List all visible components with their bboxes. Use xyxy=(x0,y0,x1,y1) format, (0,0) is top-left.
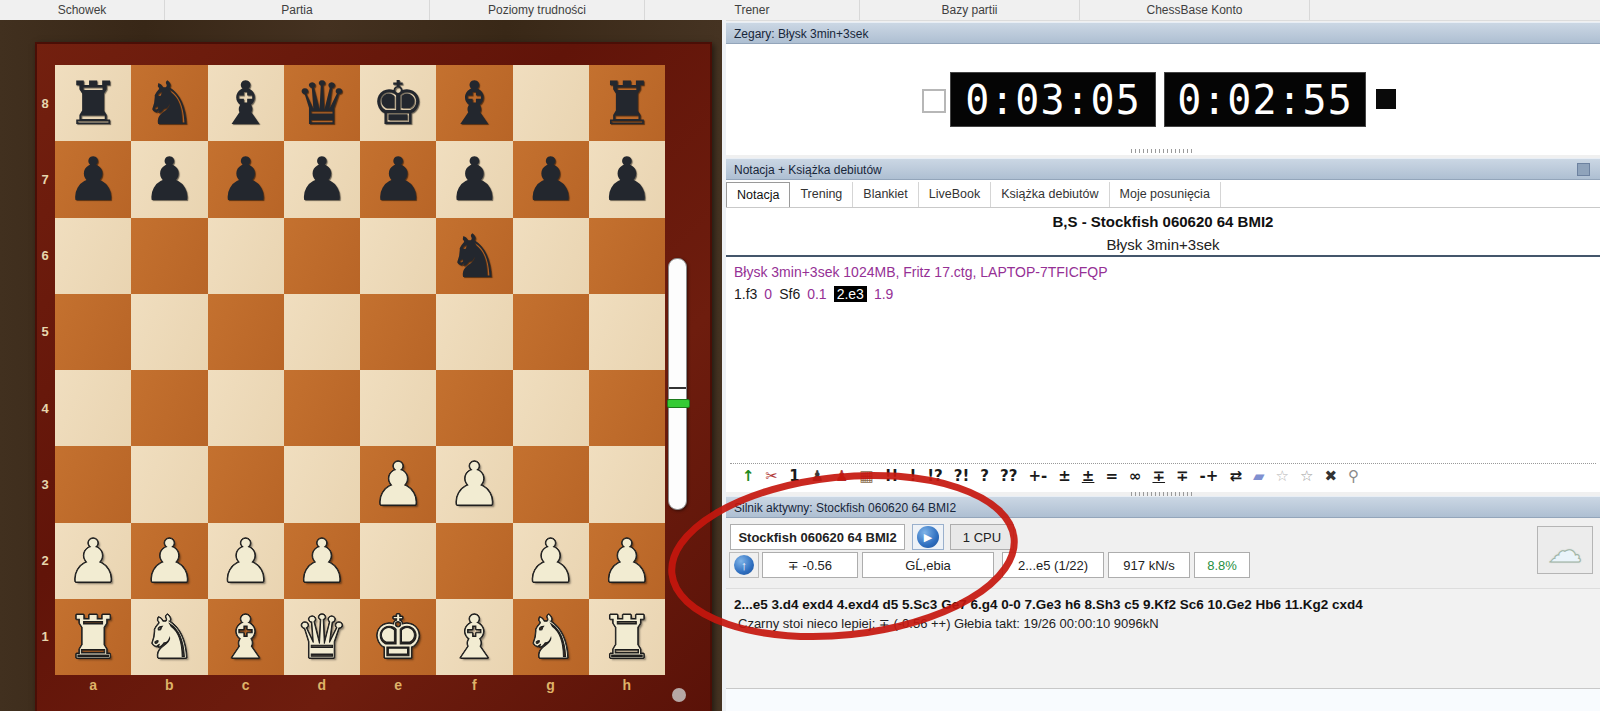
file-label-g: g xyxy=(513,677,589,693)
square-a5[interactable] xyxy=(55,294,131,370)
delete-x-icon[interactable]: ✖ xyxy=(1324,469,1337,484)
square-a2[interactable]: ♟ xyxy=(55,523,131,599)
square-c3[interactable] xyxy=(208,446,284,522)
board-background: 87654321 ♜♞♝♛♚♝♜♟♟♟♟♟♟♟♟♞♟♟♟♟♟♟♟♟♜♞♝♛♚♝♞… xyxy=(0,20,722,711)
star-edit-icon[interactable]: ☆ xyxy=(1300,469,1313,484)
current-move-button[interactable]: 2...e5 (1/22) xyxy=(1002,552,1104,578)
square-h1[interactable]: ♜ xyxy=(589,599,665,675)
white-P-piece: ♟ xyxy=(131,523,207,599)
square-b4[interactable] xyxy=(131,370,207,446)
tab-notacja[interactable]: Notacja xyxy=(726,182,790,207)
white-N-piece: ♞ xyxy=(131,599,207,675)
black-clock: 0:02:55 xyxy=(1164,72,1366,127)
square-e1[interactable]: ♚ xyxy=(360,599,436,675)
white-P-piece: ♟ xyxy=(284,523,360,599)
arrow-up-icon[interactable]: ↑ xyxy=(742,469,755,484)
square-d5[interactable] xyxy=(284,294,360,370)
menu-bar: SchowekPartiaPoziomy trudnościTrenerBazy… xyxy=(0,0,1600,21)
square-f3[interactable]: ♟ xyxy=(436,446,512,522)
square-g6[interactable] xyxy=(513,218,589,294)
engine-main-line[interactable]: 2...e5 3.d4 exd4 4.exd4 d5 5.Sc3 Ge7 6.g… xyxy=(734,597,1584,612)
black-R-piece: ♜ xyxy=(55,65,131,141)
nag-question[interactable]: ? xyxy=(980,469,989,484)
game-title: B,S - Stockfish 060620 64 BMI2 xyxy=(726,213,1600,230)
rank-label-1: 1 xyxy=(35,599,55,675)
square-e2[interactable] xyxy=(360,523,436,599)
rank-label-7: 7 xyxy=(35,141,55,217)
square-a7[interactable]: ♟ xyxy=(55,141,131,217)
square-b3[interactable] xyxy=(131,446,207,522)
nag-white-slightly[interactable]: ± xyxy=(1082,469,1095,484)
black-P-piece: ♟ xyxy=(513,141,589,217)
square-h8[interactable]: ♜ xyxy=(589,65,665,141)
star-icon[interactable]: ☆ xyxy=(1276,469,1289,484)
square-h4[interactable] xyxy=(589,370,665,446)
square-a6[interactable] xyxy=(55,218,131,294)
square-g2[interactable]: ♟ xyxy=(513,523,589,599)
square-d7[interactable]: ♟ xyxy=(284,141,360,217)
square-c6[interactable] xyxy=(208,218,284,294)
black-to-move-indicator xyxy=(1376,89,1396,109)
tab-ksi-ka-debiut-w[interactable]: Książka debiutów xyxy=(991,182,1109,207)
fritz-chess-app-window: SchowekPartiaPoziomy trudnościTrenerBazy… xyxy=(0,0,1600,711)
black-K-piece: ♚ xyxy=(360,65,436,141)
square-b5[interactable] xyxy=(131,294,207,370)
annotation-toolbar: ↑✂1♟♟▦!!!!??!???+-±±=∞∓∓-+⇄▰☆☆✖⚲ xyxy=(730,463,1596,489)
white-P-piece: ♟ xyxy=(55,523,131,599)
clocks-panel: Zegary: Błysk 3min+3sek 0:03:05 0:02:55 xyxy=(726,22,1600,155)
tab-blankiet[interactable]: Blankiet xyxy=(853,182,918,207)
chess-board[interactable]: ♜♞♝♛♚♝♜♟♟♟♟♟♟♟♟♞♟♟♟♟♟♟♟♟♜♞♝♛♚♝♞♜ xyxy=(55,65,665,675)
white-P-piece: ♟ xyxy=(513,523,589,599)
notation-panel-header: Notacja + Książka debiutów xyxy=(726,158,1600,180)
game-subtitle: Błysk 3min+3sek xyxy=(726,236,1600,253)
nag-counterplay[interactable]: ⇄ xyxy=(1229,469,1242,484)
tab-livebook[interactable]: LiveBook xyxy=(919,182,991,207)
nag-exclam[interactable]: ! xyxy=(909,469,916,484)
white-P-piece: ♟ xyxy=(589,523,665,599)
speed-button[interactable]: 917 kN/s xyxy=(1108,552,1190,578)
square-g5[interactable] xyxy=(513,294,589,370)
nag-double-question[interactable]: ?? xyxy=(1000,469,1017,484)
splitter-grip[interactable] xyxy=(1131,149,1195,153)
square-b6[interactable] xyxy=(131,218,207,294)
move-token[interactable]: 0 xyxy=(764,286,772,302)
menu-filler xyxy=(1310,0,1600,20)
black-P-piece: ♟ xyxy=(436,141,512,217)
nag-black-better[interactable]: ∓ xyxy=(1176,469,1189,484)
engine-panel: Silnik aktywny: Stockfish 060620 64 BMI2… xyxy=(726,492,1600,711)
engine-panel-header: Silnik aktywny: Stockfish 060620 64 BMI2 xyxy=(726,496,1600,518)
square-e5[interactable] xyxy=(360,294,436,370)
evaluation-button[interactable]: ∓ -0.56 xyxy=(762,552,858,578)
black-piece-icon[interactable]: ♟ xyxy=(811,469,824,484)
eval-centerline xyxy=(669,387,686,389)
tab-moje-posuni-cia[interactable]: Moje posunięcia xyxy=(1110,182,1221,207)
black-N-piece: ♞ xyxy=(131,65,207,141)
menu-item-trener[interactable]: Trener xyxy=(645,0,860,20)
square-c4[interactable] xyxy=(208,370,284,446)
red-piece-icon[interactable]: ♟ xyxy=(835,469,848,484)
opening-book-line: Błysk 3min+3sek 1024MB, Fritz 17.ctg, LA… xyxy=(734,264,1108,280)
square-a4[interactable] xyxy=(55,370,131,446)
engine-name-button[interactable]: Stockfish 060620 64 BMI2 xyxy=(730,524,905,550)
file-label-h: h xyxy=(589,677,665,693)
file-label-e: e xyxy=(360,677,436,693)
square-f4[interactable] xyxy=(436,370,512,446)
square-e6[interactable] xyxy=(360,218,436,294)
engine-assessment: Czarny stoi nieco lepiej: ∓ (-0.56 ++) G… xyxy=(738,616,1159,631)
move-number-icon[interactable]: 1 xyxy=(789,469,799,484)
file-label-a: a xyxy=(55,677,131,693)
square-h2[interactable]: ♟ xyxy=(589,523,665,599)
square-a1[interactable]: ♜ xyxy=(55,599,131,675)
eraser-icon[interactable]: ▰ xyxy=(1253,469,1265,484)
square-a3[interactable] xyxy=(55,446,131,522)
square-b2[interactable]: ♟ xyxy=(131,523,207,599)
black-P-piece: ♟ xyxy=(284,141,360,217)
menu-item-bazy-partii[interactable]: Bazy partii xyxy=(860,0,1080,20)
engine-output: 2...e5 3.d4 exd4 4.exd4 d5 5.Sc3 Ge7 6.g… xyxy=(726,588,1600,689)
move-token[interactable]: 2.e3 xyxy=(834,286,867,302)
square-g1[interactable]: ♞ xyxy=(513,599,589,675)
mini-board-icon[interactable]: ▦ xyxy=(860,469,874,484)
black-P-piece: ♟ xyxy=(208,141,284,217)
square-c1[interactable]: ♝ xyxy=(208,599,284,675)
square-f2[interactable] xyxy=(436,523,512,599)
black-P-piece: ♟ xyxy=(589,141,665,217)
square-a8[interactable]: ♜ xyxy=(55,65,131,141)
microphone-icon[interactable]: ⚲ xyxy=(1348,469,1359,484)
white-P-piece: ♟ xyxy=(436,446,512,522)
square-b7[interactable]: ♟ xyxy=(131,141,207,217)
file-label-d: d xyxy=(284,677,360,693)
menu-item-partia[interactable]: Partia xyxy=(165,0,430,20)
nag-exclam-question[interactable]: !? xyxy=(927,469,943,484)
white-B-piece: ♝ xyxy=(208,599,284,675)
white-P-piece: ♟ xyxy=(208,523,284,599)
file-label-c: c xyxy=(208,677,284,693)
square-g8[interactable] xyxy=(513,65,589,141)
rank-labels: 87654321 xyxy=(35,65,55,675)
scissors-icon[interactable]: ✂ xyxy=(766,469,779,484)
square-f8[interactable]: ♝ xyxy=(436,65,512,141)
square-g7[interactable]: ♟ xyxy=(513,141,589,217)
rank-label-3: 3 xyxy=(35,446,55,522)
menu-item-schowek[interactable]: Schowek xyxy=(0,0,165,20)
menu-item-poziomy-trudno-ci[interactable]: Poziomy trudności xyxy=(430,0,645,20)
engine-up-button[interactable]: ↑ xyxy=(729,552,759,578)
square-e8[interactable]: ♚ xyxy=(360,65,436,141)
square-g4[interactable] xyxy=(513,370,589,446)
up-arrow-icon: ↑ xyxy=(734,555,754,575)
depth-button[interactable]: GĹ,ebia xyxy=(862,552,994,578)
nag-equal[interactable]: = xyxy=(1105,469,1118,484)
nag-double-exclam[interactable]: !! xyxy=(885,469,899,484)
tab-trening[interactable]: Trening xyxy=(790,182,853,207)
square-c7[interactable]: ♟ xyxy=(208,141,284,217)
rank-label-8: 8 xyxy=(35,65,55,141)
play-icon: ▶ xyxy=(917,526,939,548)
square-d1[interactable]: ♛ xyxy=(284,599,360,675)
cloud-engine-button[interactable]: ☁ xyxy=(1537,526,1593,574)
white-R-piece: ♜ xyxy=(589,599,665,675)
file-labels: abcdefgh xyxy=(55,677,665,693)
hash-percent-button[interactable]: 8.8% xyxy=(1194,552,1250,578)
nag-unclear[interactable]: ∞ xyxy=(1129,469,1142,484)
square-b8[interactable]: ♞ xyxy=(131,65,207,141)
square-d3[interactable] xyxy=(284,446,360,522)
board-resize-handle[interactable] xyxy=(672,688,686,702)
white-K-piece: ♚ xyxy=(360,599,436,675)
black-B-piece: ♝ xyxy=(436,65,512,141)
rank-label-5: 5 xyxy=(35,294,55,370)
moves-line: 1.f30Sf60.12.e31.9 xyxy=(734,286,893,302)
square-d2[interactable]: ♟ xyxy=(284,523,360,599)
black-B-piece: ♝ xyxy=(208,65,284,141)
square-h6[interactable] xyxy=(589,218,665,294)
square-h7[interactable]: ♟ xyxy=(589,141,665,217)
rank-label-4: 4 xyxy=(35,370,55,446)
cpu-button[interactable]: 1 CPU xyxy=(950,524,1014,550)
notation-tabs: NotacjaTreningBlankietLiveBookKsiążka de… xyxy=(726,182,1600,208)
square-h5[interactable] xyxy=(589,294,665,370)
move-token[interactable]: 1.9 xyxy=(874,286,893,302)
move-token[interactable]: 0.1 xyxy=(807,286,826,302)
black-P-piece: ♟ xyxy=(131,141,207,217)
engine-bottom-strip xyxy=(726,688,1600,711)
square-c8[interactable]: ♝ xyxy=(208,65,284,141)
black-P-piece: ♟ xyxy=(55,141,131,217)
menu-item-chessbase-konto[interactable]: ChessBase Konto xyxy=(1080,0,1310,20)
move-token[interactable]: Sf6 xyxy=(779,286,800,302)
eval-marker[interactable] xyxy=(667,399,690,408)
square-h3[interactable] xyxy=(589,446,665,522)
eval-slider[interactable] xyxy=(668,258,687,510)
nag-black-winning[interactable]: -+ xyxy=(1200,469,1219,484)
white-to-move-indicator xyxy=(922,89,946,113)
black-R-piece: ♜ xyxy=(589,65,665,141)
square-f5[interactable] xyxy=(436,294,512,370)
divider xyxy=(726,255,1600,257)
square-b1[interactable]: ♞ xyxy=(131,599,207,675)
black-Q-piece: ♛ xyxy=(284,65,360,141)
nag-question-exclam[interactable]: ?! xyxy=(954,469,970,484)
square-e4[interactable] xyxy=(360,370,436,446)
square-d6[interactable] xyxy=(284,218,360,294)
nag-white-better[interactable]: ± xyxy=(1058,469,1071,484)
notation-panel: Notacja + Książka debiutów NotacjaTrenin… xyxy=(726,158,1600,492)
panel-pin-icon[interactable] xyxy=(1577,163,1590,176)
square-g3[interactable] xyxy=(513,446,589,522)
cloud-icon: ☁ xyxy=(1548,530,1582,570)
square-e3[interactable]: ♟ xyxy=(360,446,436,522)
white-clock: 0:03:05 xyxy=(950,72,1156,127)
nag-black-slightly[interactable]: ∓ xyxy=(1152,469,1165,484)
file-label-b: b xyxy=(131,677,207,693)
white-P-piece: ♟ xyxy=(360,446,436,522)
rank-label-2: 2 xyxy=(35,523,55,599)
engine-play-button[interactable]: ▶ xyxy=(912,524,944,550)
nag-white-winning[interactable]: +- xyxy=(1028,469,1047,484)
file-label-f: f xyxy=(436,677,512,693)
square-f7[interactable]: ♟ xyxy=(436,141,512,217)
white-N-piece: ♞ xyxy=(513,599,589,675)
square-d8[interactable]: ♛ xyxy=(284,65,360,141)
black-P-piece: ♟ xyxy=(360,141,436,217)
white-R-piece: ♜ xyxy=(55,599,131,675)
move-token[interactable]: 1.f3 xyxy=(734,286,757,302)
square-f6[interactable]: ♞ xyxy=(436,218,512,294)
square-c2[interactable]: ♟ xyxy=(208,523,284,599)
square-c5[interactable] xyxy=(208,294,284,370)
black-N-piece: ♞ xyxy=(436,218,512,294)
white-Q-piece: ♛ xyxy=(284,599,360,675)
square-e7[interactable]: ♟ xyxy=(360,141,436,217)
square-d4[interactable] xyxy=(284,370,360,446)
square-f1[interactable]: ♝ xyxy=(436,599,512,675)
rank-label-6: 6 xyxy=(35,218,55,294)
white-B-piece: ♝ xyxy=(436,599,512,675)
clocks-panel-header: Zegary: Błysk 3min+3sek xyxy=(726,22,1600,44)
